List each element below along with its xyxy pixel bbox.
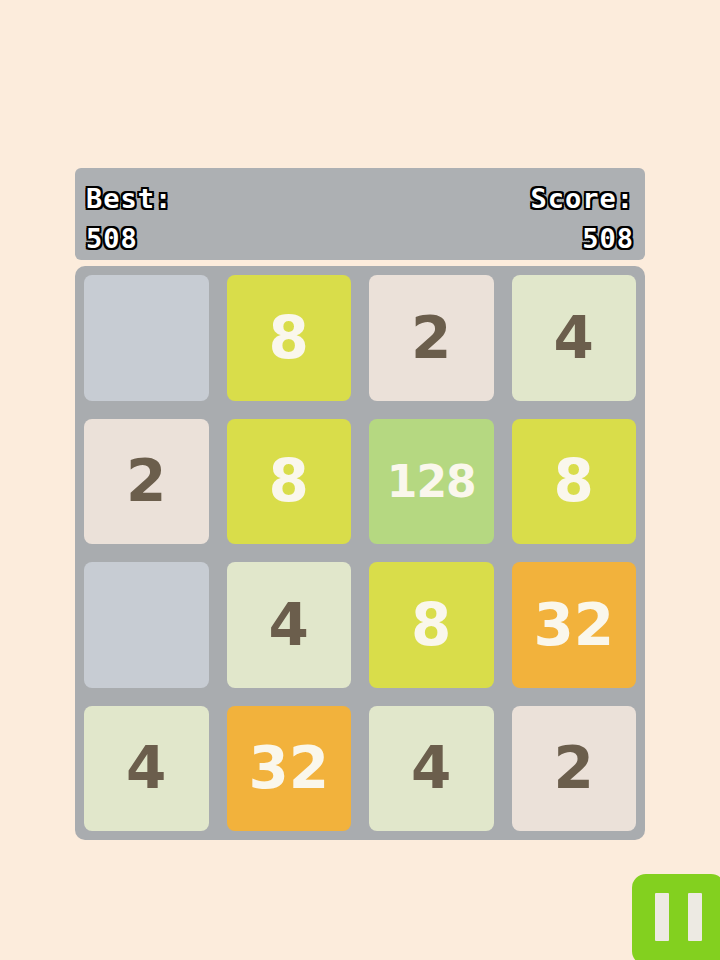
tile-4: 4 [512, 275, 637, 401]
tile-2: 2 [369, 275, 494, 401]
tile-4: 4 [227, 562, 352, 688]
tile-128: 128 [369, 419, 494, 545]
tile-8: 8 [512, 419, 637, 545]
score-label: Score: [530, 179, 634, 219]
pause-icon [688, 893, 702, 941]
game-screen: Best: 508 Score: 508 824281288483243242 [0, 0, 720, 960]
tile-8: 8 [227, 419, 352, 545]
board[interactable]: 824281288483243242 [75, 266, 645, 840]
tile-32: 32 [512, 562, 637, 688]
best-value: 508 [86, 219, 172, 259]
empty-cell [84, 275, 209, 401]
tile-4: 4 [84, 706, 209, 832]
best-label: Best: [86, 179, 172, 219]
tile-2: 2 [512, 706, 637, 832]
current-score-block: Score: 508 [530, 179, 634, 260]
empty-cell [84, 562, 209, 688]
tile-4: 4 [369, 706, 494, 832]
tile-8: 8 [227, 275, 352, 401]
tile-2: 2 [84, 419, 209, 545]
pause-button[interactable] [632, 874, 720, 960]
pause-icon [655, 893, 669, 941]
tile-32: 32 [227, 706, 352, 832]
score-panel: Best: 508 Score: 508 [75, 168, 645, 260]
score-value: 508 [530, 219, 634, 259]
tile-8: 8 [369, 562, 494, 688]
best-score-block: Best: 508 [86, 179, 172, 260]
